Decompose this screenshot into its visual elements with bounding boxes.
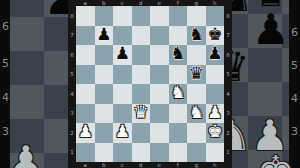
square-f3[interactable] [169, 104, 188, 124]
square-b6[interactable] [95, 45, 114, 65]
background-rank-label-5: 5 [2, 58, 9, 69]
square-d2[interactable] [132, 123, 151, 143]
file-label-h: h [206, 162, 225, 168]
square-a4[interactable] [76, 84, 95, 104]
rank-label-3: 3 [224, 104, 232, 124]
background-square [248, 14, 282, 48]
square-g2[interactable] [187, 123, 206, 143]
background-rank-label-3: 3 [291, 126, 298, 137]
background-rank-label-4: 4 [291, 93, 298, 104]
piece-white-pawn-h3[interactable]: ♟ [207, 104, 222, 121]
piece-white-knight-g3[interactable]: ♞ [189, 104, 204, 121]
square-b5[interactable] [95, 65, 114, 85]
chess-board[interactable]: abcdefgh 87654321 ♟♞♚♟♞♟♛♞♛♞♟♟♟♚ 8765432… [68, 0, 232, 168]
background-square [44, 17, 68, 51]
rank-label-4: 4 [224, 84, 232, 104]
background-square [232, 14, 248, 48]
rank-label-4: 4 [68, 84, 76, 104]
square-e7[interactable] [150, 26, 169, 46]
background-square [10, 85, 44, 119]
background-panel-left: 6543♟♟ [0, 0, 68, 168]
rank-label-1: 1 [224, 143, 232, 163]
rank-label-1: 1 [68, 143, 76, 163]
square-f7[interactable] [169, 26, 188, 46]
square-f4[interactable]: ♞ [169, 84, 188, 104]
background-square [10, 0, 44, 17]
square-c7[interactable] [113, 26, 132, 46]
file-label-c: c [113, 162, 132, 168]
square-b8[interactable] [95, 6, 114, 26]
background-rank-label-3: 3 [2, 126, 9, 137]
square-e4[interactable] [150, 84, 169, 104]
file-label-b: b [95, 162, 114, 168]
rank-label-6: 6 [224, 45, 232, 65]
square-a1[interactable] [76, 143, 95, 163]
background-square [232, 116, 248, 150]
background-square [248, 48, 282, 82]
square-g3[interactable]: ♞ [187, 104, 206, 124]
background-square [44, 153, 68, 168]
piece-black-pawn-c6[interactable]: ♟ [115, 45, 130, 62]
background-square [232, 0, 248, 14]
square-e1[interactable] [150, 143, 169, 163]
background-square [10, 17, 44, 51]
square-h3[interactable]: ♟ [206, 104, 225, 124]
square-h6[interactable]: ♟ [206, 45, 225, 65]
square-a5[interactable] [76, 65, 95, 85]
square-c6[interactable]: ♟ [113, 45, 132, 65]
background-square [248, 116, 282, 150]
square-a3[interactable] [76, 104, 95, 124]
square-f8[interactable] [169, 6, 188, 26]
square-c1[interactable] [113, 143, 132, 163]
square-d5[interactable] [132, 65, 151, 85]
piece-white-king-h2[interactable]: ♚ [207, 123, 222, 140]
square-b1[interactable] [95, 143, 114, 163]
square-h1[interactable] [206, 143, 225, 163]
square-d1[interactable] [132, 143, 151, 163]
square-g5[interactable]: ♛ [187, 65, 206, 85]
square-d4[interactable] [132, 84, 151, 104]
background-square [10, 153, 44, 168]
background-square [248, 0, 282, 14]
square-b4[interactable] [95, 84, 114, 104]
background-square [232, 82, 248, 116]
background-square [44, 85, 68, 119]
square-b3[interactable] [95, 104, 114, 124]
square-e3[interactable] [150, 104, 169, 124]
piece-black-knight-g7[interactable]: ♞ [189, 26, 204, 43]
square-g4[interactable] [187, 84, 206, 104]
rank-label-2: 2 [224, 123, 232, 143]
piece-white-pawn-a2[interactable]: ♟ [78, 123, 93, 140]
rank-labels-right: 87654321 [224, 6, 232, 162]
square-b7[interactable]: ♟ [95, 26, 114, 46]
square-a7[interactable] [76, 26, 95, 46]
file-label-f: f [169, 162, 188, 168]
square-f1[interactable] [169, 143, 188, 163]
background-square [44, 0, 68, 17]
file-label-g: g [187, 162, 206, 168]
square-g7[interactable]: ♞ [187, 26, 206, 46]
square-c2[interactable]: ♟ [113, 123, 132, 143]
square-d8[interactable] [132, 6, 151, 26]
rank-label-7: 7 [224, 26, 232, 46]
rank-label-6: 6 [68, 45, 76, 65]
background-square [248, 150, 282, 168]
rank-label-8: 8 [68, 6, 76, 26]
background-square [248, 82, 282, 116]
chess-app-screenshot: 6543♟♟ 6543♞♛♟♛♞♟♚ abcdefgh 87654321 ♟♞♚… [0, 0, 300, 168]
background-square [10, 51, 44, 85]
background-rank-label-6: 6 [291, 27, 298, 38]
rank-labels-left: 87654321 [68, 6, 76, 162]
square-e6[interactable] [150, 45, 169, 65]
rank-label-2: 2 [68, 123, 76, 143]
square-h4[interactable] [206, 84, 225, 104]
piece-white-pawn-c2[interactable]: ♟ [115, 123, 130, 140]
file-labels-bottom: abcdefgh [76, 162, 224, 168]
piece-white-queen-d3[interactable]: ♛ [133, 104, 148, 121]
square-e5[interactable] [150, 65, 169, 85]
square-c3[interactable] [113, 104, 132, 124]
background-panel-right: 6543♞♛♟♛♞♟♚ [232, 0, 300, 168]
board-grid[interactable]: ♟♞♚♟♞♟♛♞♛♞♟♟♟♚ [76, 6, 224, 162]
piece-black-pawn-h6[interactable]: ♟ [207, 45, 222, 62]
background-square [44, 119, 68, 153]
square-g1[interactable] [187, 143, 206, 163]
square-h7[interactable]: ♚ [206, 26, 225, 46]
square-a8[interactable] [76, 6, 95, 26]
background-square [10, 119, 44, 153]
square-e8[interactable] [150, 6, 169, 26]
background-rank-label-6: 6 [2, 21, 9, 32]
background-rank-label-5: 5 [291, 60, 298, 71]
rank-label-5: 5 [68, 65, 76, 85]
file-label-d: d [132, 162, 151, 168]
piece-black-king-h7[interactable]: ♚ [207, 26, 222, 43]
piece-black-queen-g5[interactable]: ♛ [189, 65, 204, 82]
background-square [232, 150, 248, 168]
piece-black-pawn-b7[interactable]: ♟ [96, 26, 111, 43]
square-d3[interactable]: ♛ [132, 104, 151, 124]
square-c4[interactable] [113, 84, 132, 104]
background-square [232, 48, 248, 82]
background-square [44, 51, 68, 85]
square-f6[interactable]: ♞ [169, 45, 188, 65]
rank-label-7: 7 [68, 26, 76, 46]
square-h5[interactable] [206, 65, 225, 85]
square-d6[interactable] [132, 45, 151, 65]
square-g6[interactable] [187, 45, 206, 65]
background-rank-label-4: 4 [2, 92, 9, 103]
square-a6[interactable] [76, 45, 95, 65]
square-c8[interactable] [113, 6, 132, 26]
square-f5[interactable] [169, 65, 188, 85]
square-d7[interactable] [132, 26, 151, 46]
rank-label-3: 3 [68, 104, 76, 124]
rank-label-5: 5 [224, 65, 232, 85]
rank-label-8: 8 [224, 6, 232, 26]
file-label-e: e [150, 162, 169, 168]
square-e2[interactable] [150, 123, 169, 143]
piece-white-knight-f4[interactable]: ♞ [170, 84, 185, 101]
file-label-a: a [76, 162, 95, 168]
piece-black-knight-f6[interactable]: ♞ [170, 45, 185, 62]
square-g8[interactable] [187, 6, 206, 26]
square-c5[interactable] [113, 65, 132, 85]
square-f2[interactable] [169, 123, 188, 143]
square-h8[interactable] [206, 6, 225, 26]
square-b2[interactable] [95, 123, 114, 143]
square-a2[interactable]: ♟ [76, 123, 95, 143]
square-h2[interactable]: ♚ [206, 123, 225, 143]
